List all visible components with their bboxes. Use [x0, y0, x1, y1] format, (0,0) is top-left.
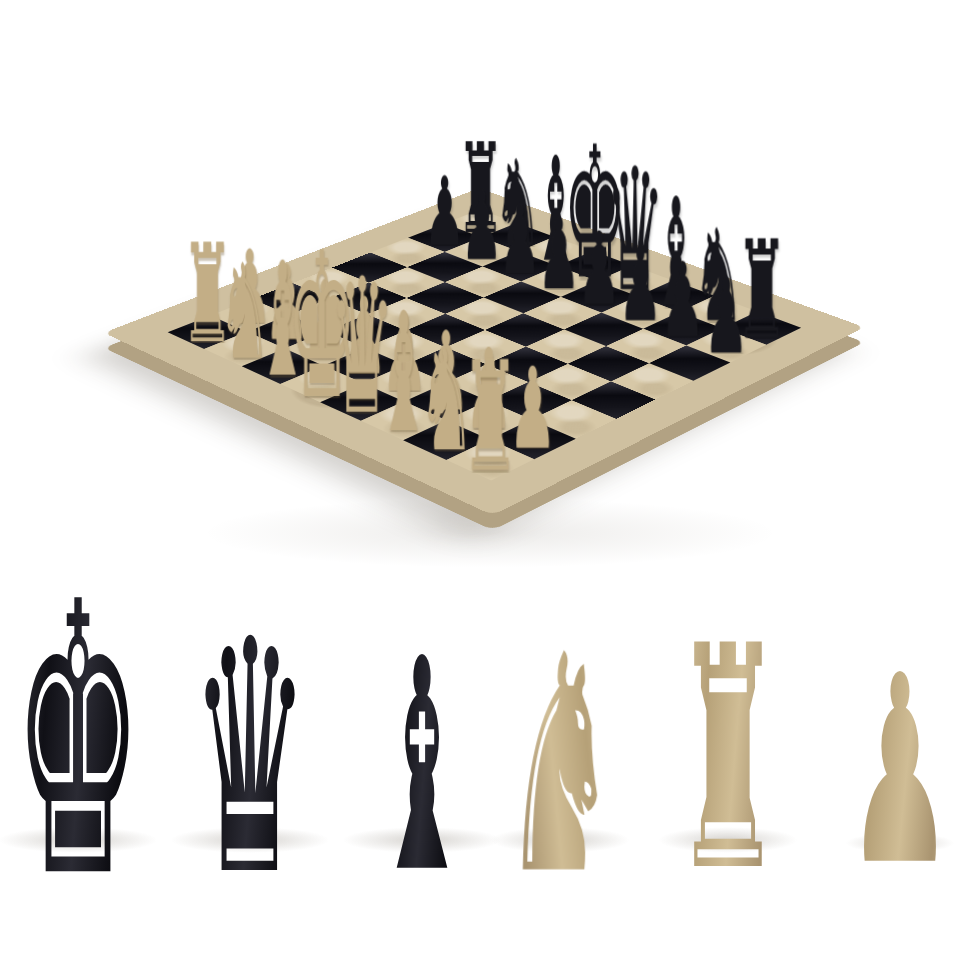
black-pawn-glyph: ♟	[704, 264, 749, 368]
tan-rook-glyph: ♜	[674, 605, 782, 912]
board-slab: ♜♞♝♚♛♝♞♜♟♟♟♟♟♟♟♟♟♟♟♟♟♟♟♟♜♞♝♚♛♝♞♜	[104, 188, 865, 515]
black-king-glyph: ♚	[13, 555, 142, 930]
chess-board: ♜♞♝♚♛♝♞♜♟♟♟♟♟♟♟♟♟♟♟♟♟♟♟♟♜♞♝♚♛♝♞♜	[168, 209, 801, 480]
black-pawn-glyph: ♟	[577, 219, 620, 319]
tan-pawn-glyph: ♟	[846, 641, 954, 901]
black-pawn-glyph: ♟	[618, 234, 662, 336]
black-pawn-glyph: ♟	[660, 249, 705, 352]
black-pawn-glyph: ♟	[424, 164, 465, 259]
black-queen-glyph: ♛	[191, 597, 309, 919]
product-photo: { "game": "chess", "scene_description": …	[0, 0, 970, 970]
black-pawn-glyph: ♟	[538, 204, 581, 303]
black-pawn-glyph: ♟	[461, 177, 503, 274]
black-bishop-glyph: ♝	[374, 620, 471, 913]
showcase-row: ♚♛♝♞♜♟	[0, 560, 970, 870]
tan-knight-glyph: ♞	[502, 616, 619, 916]
tan-rook-glyph: ♜	[461, 342, 519, 493]
black-pawn-glyph: ♟	[499, 191, 541, 289]
